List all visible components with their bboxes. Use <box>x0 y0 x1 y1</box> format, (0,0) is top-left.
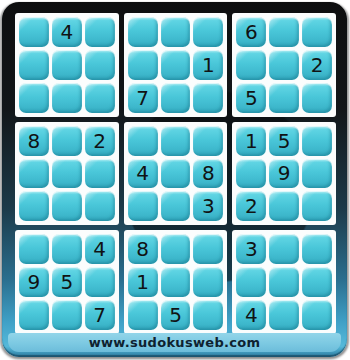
cell-r4c5[interactable] <box>161 126 191 156</box>
cell-r9c6[interactable] <box>193 300 223 330</box>
given-digit: 5 <box>245 88 258 108</box>
cell-r7c2[interactable] <box>52 234 82 264</box>
cell-r9c1[interactable] <box>19 300 49 330</box>
cell-r2c1[interactable] <box>19 50 49 80</box>
box-6: 1592 <box>232 122 336 226</box>
cell-r3c6[interactable] <box>193 83 223 113</box>
box-7: 4957 <box>15 230 119 334</box>
cell-r2c6[interactable]: 1 <box>193 50 223 80</box>
given-digit: 2 <box>93 131 106 151</box>
cell-r7c6[interactable] <box>193 234 223 264</box>
cell-r1c5[interactable] <box>161 17 191 47</box>
cell-r6c8[interactable] <box>269 191 299 221</box>
cell-r8c7[interactable] <box>236 267 266 297</box>
cell-r9c7[interactable]: 4 <box>236 300 266 330</box>
cell-r1c6[interactable] <box>193 17 223 47</box>
given-digit: 5 <box>278 131 291 151</box>
cell-r4c1[interactable]: 8 <box>19 126 49 156</box>
cell-r8c8[interactable] <box>269 267 299 297</box>
cell-r5c8[interactable]: 9 <box>269 159 299 189</box>
cell-r7c9[interactable] <box>302 234 332 264</box>
sudoku-board: 417625824831592495781534 <box>15 13 336 334</box>
cell-r7c1[interactable] <box>19 234 49 264</box>
cell-r8c1[interactable]: 9 <box>19 267 49 297</box>
box-8: 815 <box>124 230 228 334</box>
cell-r7c8[interactable] <box>269 234 299 264</box>
cell-r1c8[interactable] <box>269 17 299 47</box>
cell-r3c8[interactable] <box>269 83 299 113</box>
cell-r5c6[interactable]: 8 <box>193 159 223 189</box>
given-digit: 2 <box>245 196 258 216</box>
cell-r3c2[interactable] <box>52 83 82 113</box>
cell-r8c4[interactable]: 1 <box>128 267 158 297</box>
sudoku-widget: { "game": "sudoku", "grid_size": "9x9", … <box>0 0 350 360</box>
cell-r4c8[interactable]: 5 <box>269 126 299 156</box>
cell-r3c9[interactable] <box>302 83 332 113</box>
cell-r1c7[interactable]: 6 <box>236 17 266 47</box>
cell-r5c3[interactable] <box>85 159 115 189</box>
cell-r9c9[interactable] <box>302 300 332 330</box>
box-9: 34 <box>232 230 336 334</box>
cell-r9c8[interactable] <box>269 300 299 330</box>
cell-r5c7[interactable] <box>236 159 266 189</box>
cell-r6c5[interactable] <box>161 191 191 221</box>
cell-r8c3[interactable] <box>85 267 115 297</box>
box-5: 483 <box>124 122 228 226</box>
given-digit: 4 <box>245 305 258 325</box>
cell-r1c9[interactable] <box>302 17 332 47</box>
given-digit: 5 <box>60 272 73 292</box>
cell-r3c4[interactable]: 7 <box>128 83 158 113</box>
given-digit: 8 <box>136 239 149 259</box>
cell-r1c3[interactable] <box>85 17 115 47</box>
cell-r7c4[interactable]: 8 <box>128 234 158 264</box>
cell-r6c9[interactable] <box>302 191 332 221</box>
given-digit: 1 <box>245 131 258 151</box>
cell-r2c3[interactable] <box>85 50 115 80</box>
given-digit: 9 <box>278 163 291 183</box>
box-1: 4 <box>15 13 119 117</box>
cell-r9c2[interactable] <box>52 300 82 330</box>
cell-r6c4[interactable] <box>128 191 158 221</box>
given-digit: 1 <box>136 272 149 292</box>
cell-r2c7[interactable] <box>236 50 266 80</box>
given-digit: 4 <box>136 163 149 183</box>
cell-r2c2[interactable] <box>52 50 82 80</box>
given-digit: 3 <box>245 239 258 259</box>
cell-r1c1[interactable] <box>19 17 49 47</box>
given-digit: 7 <box>93 305 106 325</box>
cell-r3c7[interactable]: 5 <box>236 83 266 113</box>
cell-r2c8[interactable] <box>269 50 299 80</box>
given-digit: 7 <box>136 88 149 108</box>
cell-r5c2[interactable] <box>52 159 82 189</box>
cell-r8c5[interactable] <box>161 267 191 297</box>
given-digit: 8 <box>202 163 215 183</box>
footer-bar: www.sudokusweb.com <box>8 333 341 352</box>
given-digit: 4 <box>60 22 73 42</box>
cell-r4c2[interactable] <box>52 126 82 156</box>
cell-r3c5[interactable] <box>161 83 191 113</box>
cell-r7c7[interactable]: 3 <box>236 234 266 264</box>
cell-r5c4[interactable]: 4 <box>128 159 158 189</box>
cell-r3c1[interactable] <box>19 83 49 113</box>
box-2: 17 <box>124 13 228 117</box>
cell-r1c2[interactable]: 4 <box>52 17 82 47</box>
given-digit: 6 <box>245 22 258 42</box>
cell-r6c3[interactable] <box>85 191 115 221</box>
given-digit: 4 <box>93 239 106 259</box>
site-url[interactable]: www.sudokusweb.com <box>89 335 261 350</box>
cell-r4c4[interactable] <box>128 126 158 156</box>
cell-r8c6[interactable] <box>193 267 223 297</box>
cell-r4c3[interactable]: 2 <box>85 126 115 156</box>
cell-r7c3[interactable]: 4 <box>85 234 115 264</box>
cell-r6c1[interactable] <box>19 191 49 221</box>
cell-r7c5[interactable] <box>161 234 191 264</box>
cell-r3c3[interactable] <box>85 83 115 113</box>
cell-r2c9[interactable]: 2 <box>302 50 332 80</box>
cell-r4c7[interactable]: 1 <box>236 126 266 156</box>
given-digit: 3 <box>202 196 215 216</box>
given-digit: 1 <box>202 55 215 75</box>
given-digit: 8 <box>28 131 41 151</box>
cell-r5c1[interactable] <box>19 159 49 189</box>
cell-r5c5[interactable] <box>161 159 191 189</box>
cell-r1c4[interactable] <box>128 17 158 47</box>
cell-r9c4[interactable] <box>128 300 158 330</box>
cell-r4c9[interactable] <box>302 126 332 156</box>
cell-r9c3[interactable]: 7 <box>85 300 115 330</box>
given-digit: 2 <box>311 55 324 75</box>
cell-r9c5[interactable]: 5 <box>161 300 191 330</box>
given-digit: 9 <box>28 272 41 292</box>
cell-r4c6[interactable] <box>193 126 223 156</box>
box-4: 82 <box>15 122 119 226</box>
cell-r2c5[interactable] <box>161 50 191 80</box>
cell-r6c2[interactable] <box>52 191 82 221</box>
cell-r8c2[interactable]: 5 <box>52 267 82 297</box>
given-digit: 5 <box>169 305 182 325</box>
box-3: 625 <box>232 13 336 117</box>
cell-r2c4[interactable] <box>128 50 158 80</box>
cell-r6c6[interactable]: 3 <box>193 191 223 221</box>
board-frame: 417625824831592495781534 www.sudokusweb.… <box>2 2 347 357</box>
cell-r5c9[interactable] <box>302 159 332 189</box>
cell-r6c7[interactable]: 2 <box>236 191 266 221</box>
cell-r8c9[interactable] <box>302 267 332 297</box>
